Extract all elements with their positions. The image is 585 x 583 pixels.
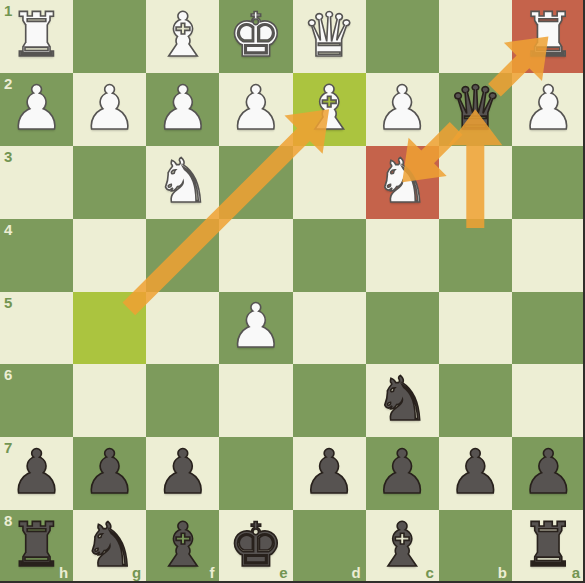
square-e4[interactable] <box>219 219 292 292</box>
file-label-b: b <box>498 565 507 580</box>
chess-analysis-stage: 1♜♝♚♛♜2♟♟♟♟♝♟♛♟3♞♞45♟6♞7♟♟♟♟♟♟♟8h♜g♞f♝e♚… <box>0 0 585 583</box>
square-h5[interactable]: 5 <box>0 292 73 365</box>
square-c6[interactable]: ♞ <box>366 364 439 437</box>
square-d2[interactable]: ♝ <box>293 73 366 146</box>
piece-wP-h2[interactable]: ♟ <box>9 77 64 138</box>
piece-wB-f1[interactable]: ♝ <box>155 4 210 65</box>
square-b5[interactable] <box>439 292 512 365</box>
rank-label-5: 5 <box>4 295 12 310</box>
piece-bP-h7[interactable]: ♟ <box>9 441 64 502</box>
piece-wQ-d1[interactable]: ♛ <box>302 4 357 65</box>
square-b2[interactable]: ♛ <box>439 73 512 146</box>
square-e6[interactable] <box>219 364 292 437</box>
piece-bP-g7[interactable]: ♟ <box>82 441 137 502</box>
square-e2[interactable]: ♟ <box>219 73 292 146</box>
square-a8[interactable]: a♜ <box>512 510 585 583</box>
square-c8[interactable]: c♝ <box>366 510 439 583</box>
square-a4[interactable] <box>512 219 585 292</box>
square-f5[interactable] <box>146 292 219 365</box>
square-a6[interactable] <box>512 364 585 437</box>
file-label-d: d <box>351 565 360 580</box>
rank-label-3: 3 <box>4 149 12 164</box>
square-a2[interactable]: ♟ <box>512 73 585 146</box>
square-e7[interactable] <box>219 437 292 510</box>
piece-wR-h1[interactable]: ♜ <box>9 4 64 65</box>
square-c2[interactable]: ♟ <box>366 73 439 146</box>
piece-bN-g8[interactable]: ♞ <box>82 514 137 575</box>
square-e3[interactable] <box>219 146 292 219</box>
square-c4[interactable] <box>366 219 439 292</box>
square-g8[interactable]: g♞ <box>73 510 146 583</box>
square-h1[interactable]: 1♜ <box>0 0 73 73</box>
square-a1[interactable]: ♜ <box>512 0 585 73</box>
piece-bK-e8[interactable]: ♚ <box>229 514 284 575</box>
piece-bP-f7[interactable]: ♟ <box>155 441 210 502</box>
square-g5[interactable] <box>73 292 146 365</box>
piece-wP-c2[interactable]: ♟ <box>375 77 430 138</box>
square-d3[interactable] <box>293 146 366 219</box>
square-h6[interactable]: 6 <box>0 364 73 437</box>
square-b4[interactable] <box>439 219 512 292</box>
rank-label-6: 6 <box>4 367 12 382</box>
square-d4[interactable] <box>293 219 366 292</box>
square-b3[interactable] <box>439 146 512 219</box>
piece-wK-e1[interactable]: ♚ <box>229 4 284 65</box>
square-h2[interactable]: 2♟ <box>0 73 73 146</box>
square-f4[interactable] <box>146 219 219 292</box>
piece-wP-e5[interactable]: ♟ <box>229 295 284 356</box>
square-e1[interactable]: ♚ <box>219 0 292 73</box>
square-h3[interactable]: 3 <box>0 146 73 219</box>
square-f8[interactable]: f♝ <box>146 510 219 583</box>
chess-board[interactable]: 1♜♝♚♛♜2♟♟♟♟♝♟♛♟3♞♞45♟6♞7♟♟♟♟♟♟♟8h♜g♞f♝e♚… <box>0 0 585 583</box>
square-f2[interactable]: ♟ <box>146 73 219 146</box>
square-a5[interactable] <box>512 292 585 365</box>
square-f1[interactable]: ♝ <box>146 0 219 73</box>
square-g4[interactable] <box>73 219 146 292</box>
square-d8[interactable]: d <box>293 510 366 583</box>
square-e5[interactable]: ♟ <box>219 292 292 365</box>
piece-bQ-b2[interactable]: ♛ <box>448 77 503 138</box>
square-g6[interactable] <box>73 364 146 437</box>
square-h4[interactable]: 4 <box>0 219 73 292</box>
piece-wP-a2[interactable]: ♟ <box>521 77 576 138</box>
square-g3[interactable] <box>73 146 146 219</box>
square-h8[interactable]: 8h♜ <box>0 510 73 583</box>
rank-label-4: 4 <box>4 222 12 237</box>
square-a3[interactable] <box>512 146 585 219</box>
square-g2[interactable]: ♟ <box>73 73 146 146</box>
square-h7[interactable]: 7♟ <box>0 437 73 510</box>
square-f7[interactable]: ♟ <box>146 437 219 510</box>
square-d1[interactable]: ♛ <box>293 0 366 73</box>
piece-bR-a8[interactable]: ♜ <box>521 514 576 575</box>
square-c1[interactable] <box>366 0 439 73</box>
square-c5[interactable] <box>366 292 439 365</box>
square-d7[interactable]: ♟ <box>293 437 366 510</box>
piece-wP-e2[interactable]: ♟ <box>229 77 284 138</box>
square-b6[interactable] <box>439 364 512 437</box>
piece-bP-c7[interactable]: ♟ <box>375 441 430 502</box>
piece-bP-b7[interactable]: ♟ <box>448 441 503 502</box>
piece-bR-h8[interactable]: ♜ <box>9 514 64 575</box>
square-g7[interactable]: ♟ <box>73 437 146 510</box>
piece-wB-d2[interactable]: ♝ <box>302 77 357 138</box>
piece-bN-c6[interactable]: ♞ <box>375 368 430 429</box>
piece-wP-f2[interactable]: ♟ <box>155 77 210 138</box>
square-b7[interactable]: ♟ <box>439 437 512 510</box>
piece-bP-d7[interactable]: ♟ <box>302 441 357 502</box>
square-b8[interactable]: b <box>439 510 512 583</box>
square-d5[interactable] <box>293 292 366 365</box>
square-d6[interactable] <box>293 364 366 437</box>
piece-bP-a7[interactable]: ♟ <box>521 441 576 502</box>
piece-wR-a1[interactable]: ♜ <box>521 4 576 65</box>
square-a7[interactable]: ♟ <box>512 437 585 510</box>
square-g1[interactable] <box>73 0 146 73</box>
piece-wN-c3[interactable]: ♞ <box>375 150 430 211</box>
piece-wP-g2[interactable]: ♟ <box>82 77 137 138</box>
piece-bB-f8[interactable]: ♝ <box>155 514 210 575</box>
piece-wN-f3[interactable]: ♞ <box>155 150 210 211</box>
square-f6[interactable] <box>146 364 219 437</box>
square-c7[interactable]: ♟ <box>366 437 439 510</box>
square-f3[interactable]: ♞ <box>146 146 219 219</box>
square-c3[interactable]: ♞ <box>366 146 439 219</box>
piece-bB-c8[interactable]: ♝ <box>375 514 430 575</box>
square-e8[interactable]: e♚ <box>219 510 292 583</box>
square-b1[interactable] <box>439 0 512 73</box>
